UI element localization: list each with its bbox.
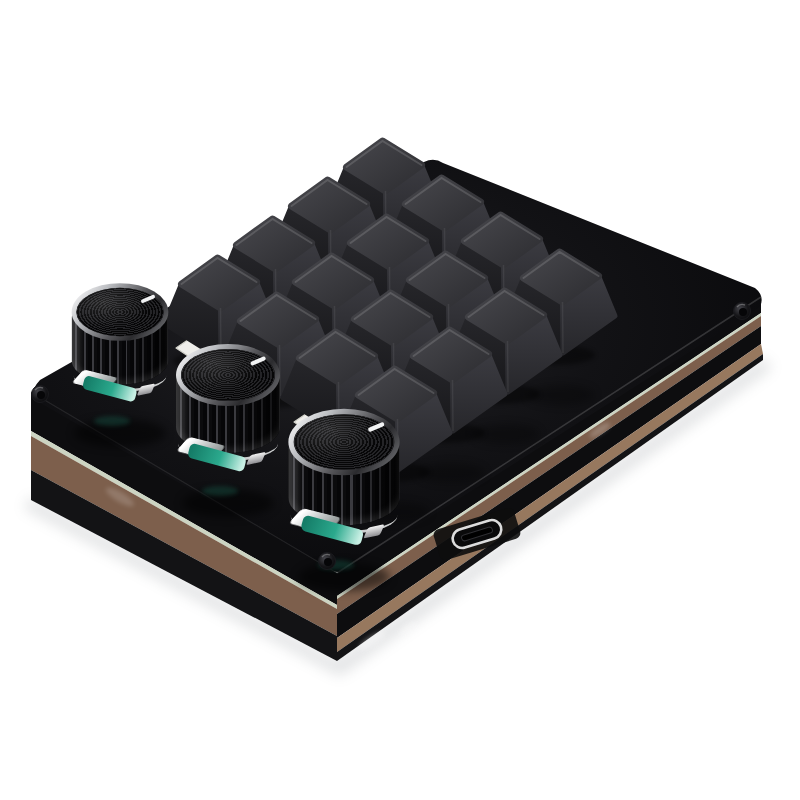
knob-top xyxy=(288,409,399,475)
screw xyxy=(32,386,49,403)
screw xyxy=(734,303,751,320)
knob-top xyxy=(72,283,169,341)
product-photo-stage xyxy=(0,0,800,800)
rotary-knob xyxy=(284,411,404,586)
knob-top xyxy=(176,344,280,406)
rotary-knob xyxy=(60,281,180,456)
rotary-knob xyxy=(168,344,288,519)
